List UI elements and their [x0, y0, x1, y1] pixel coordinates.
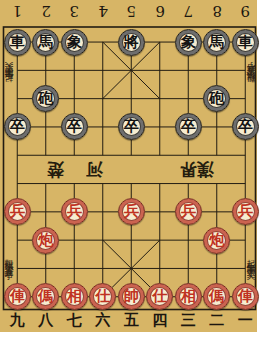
piece-red-soldier[interactable]: 兵	[232, 198, 259, 225]
piece-red-horse[interactable]: 傌	[203, 283, 230, 310]
piece-glyph: 相	[181, 287, 196, 306]
piece-glyph: 馬	[38, 32, 53, 51]
piece-red-cannon[interactable]: 炮	[203, 227, 230, 254]
piece-red-cannon[interactable]: 炮	[32, 227, 59, 254]
piece-black-soldier[interactable]: 卒	[4, 113, 31, 140]
piece-glyph: 兵	[238, 202, 253, 221]
piece-glyph: 兵	[124, 202, 139, 221]
file-label: 四	[146, 310, 175, 334]
piece-glyph: 帥	[124, 287, 139, 306]
file-label: 1	[3, 1, 32, 23]
piece-glyph: 兵	[10, 202, 25, 221]
piece-red-advisor[interactable]: 仕	[146, 283, 173, 310]
piece-glyph: 卒	[67, 117, 82, 136]
piece-black-horse[interactable]: 馬	[32, 29, 59, 56]
file-label: 6	[146, 1, 175, 23]
piece-black-soldier[interactable]: 卒	[118, 113, 145, 140]
piece-red-horse[interactable]: 傌	[32, 283, 59, 310]
piece-glyph: 砲	[38, 89, 53, 108]
file-label: 3	[60, 1, 89, 23]
file-label: 7	[174, 1, 203, 23]
piece-glyph: 象	[67, 32, 82, 51]
piece-black-cannon[interactable]: 砲	[32, 85, 59, 112]
piece-glyph: 車	[238, 32, 253, 51]
piece-glyph: 傌	[38, 287, 53, 306]
file-label: 七	[60, 310, 89, 334]
piece-grid[interactable]: 車馬象將象馬車砲砲卒卒卒卒卒兵兵兵兵兵炮炮俥傌相仕帥仕相傌俥	[3, 28, 260, 311]
piece-glyph: 炮	[209, 230, 224, 249]
file-label: 5	[117, 1, 146, 23]
piece-red-soldier[interactable]: 兵	[175, 198, 202, 225]
piece-black-cannon[interactable]: 砲	[203, 85, 230, 112]
piece-red-chariot[interactable]: 俥	[232, 283, 259, 310]
file-label: 八	[32, 310, 61, 334]
file-label: 一	[231, 310, 260, 334]
file-label: 五	[117, 310, 146, 334]
piece-glyph: 卒	[10, 117, 25, 136]
piece-black-chariot[interactable]: 車	[232, 29, 259, 56]
piece-glyph: 卒	[124, 117, 139, 136]
piece-glyph: 車	[10, 32, 25, 51]
piece-black-general[interactable]: 將	[118, 29, 145, 56]
file-label: 9	[231, 1, 260, 23]
file-label: 九	[3, 310, 32, 334]
piece-black-soldier[interactable]: 卒	[232, 113, 259, 140]
file-label: 8	[203, 1, 232, 23]
piece-black-horse[interactable]: 馬	[203, 29, 230, 56]
piece-glyph: 兵	[181, 202, 196, 221]
black-file-numbers: 123456789	[3, 1, 260, 23]
piece-glyph: 兵	[67, 202, 82, 221]
piece-glyph: 馬	[209, 32, 224, 51]
piece-red-elephant[interactable]: 相	[61, 283, 88, 310]
file-label: 三	[174, 310, 203, 334]
file-label: 六	[89, 310, 118, 334]
piece-black-elephant[interactable]: 象	[175, 29, 202, 56]
piece-glyph: 卒	[181, 117, 196, 136]
piece-black-elephant[interactable]: 象	[61, 29, 88, 56]
piece-black-chariot[interactable]: 車	[4, 29, 31, 56]
piece-glyph: 仕	[95, 287, 110, 306]
piece-glyph: 相	[67, 287, 82, 306]
piece-red-soldier[interactable]: 兵	[4, 198, 31, 225]
piece-red-soldier[interactable]: 兵	[118, 198, 145, 225]
piece-glyph: 仕	[152, 287, 167, 306]
file-label: 4	[89, 1, 118, 23]
piece-glyph: 將	[124, 32, 139, 51]
piece-red-general[interactable]: 帥	[118, 283, 145, 310]
file-label: 二	[203, 310, 232, 334]
piece-black-soldier[interactable]: 卒	[61, 113, 88, 140]
piece-red-elephant[interactable]: 相	[175, 283, 202, 310]
piece-glyph: 俥	[238, 287, 253, 306]
piece-red-advisor[interactable]: 仕	[89, 283, 116, 310]
piece-red-chariot[interactable]: 俥	[4, 283, 31, 310]
piece-glyph: 俥	[10, 287, 25, 306]
piece-glyph: 象	[181, 32, 196, 51]
piece-red-soldier[interactable]: 兵	[61, 198, 88, 225]
file-label: 2	[32, 1, 61, 23]
piece-glyph: 傌	[209, 287, 224, 306]
piece-glyph: 炮	[38, 230, 53, 249]
piece-glyph: 卒	[238, 117, 253, 136]
piece-black-soldier[interactable]: 卒	[175, 113, 202, 140]
piece-glyph: 砲	[209, 89, 224, 108]
red-file-numbers: 九八七六五四三二一	[3, 310, 260, 334]
xiangqi-board-screenshot: 123456789 起手無回大丈夫 觀棋不語真君子 觀棋不語真君子 起手無回大丈…	[0, 0, 264, 338]
